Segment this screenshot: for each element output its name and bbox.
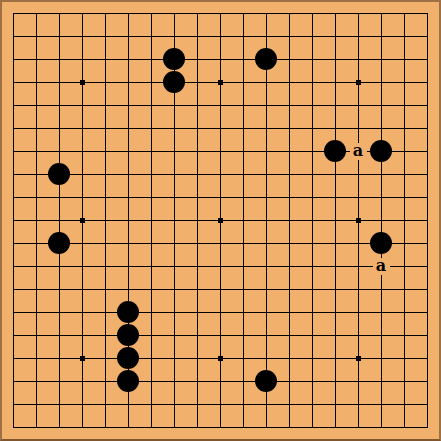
board-point-E4[interactable] [94,347,117,370]
board-point-G11[interactable] [140,186,163,209]
board-point-O9[interactable] [301,232,324,255]
board-point-K7[interactable] [209,278,232,301]
board-point-T8[interactable] [416,255,439,278]
board-point-C5[interactable] [48,324,71,347]
board-point-S9[interactable] [393,232,416,255]
board-point-C9[interactable] [48,232,71,255]
board-point-F17[interactable] [117,48,140,71]
board-point-L8[interactable] [232,255,255,278]
board-point-H17[interactable] [163,48,186,71]
board-point-K19[interactable] [209,2,232,25]
board-point-N2[interactable] [278,393,301,416]
board-point-N9[interactable] [278,232,301,255]
board-point-R2[interactable] [370,393,393,416]
board-point-N18[interactable] [278,25,301,48]
board-point-C2[interactable] [48,393,71,416]
board-point-P10[interactable] [324,209,347,232]
board-point-O18[interactable] [301,25,324,48]
board-point-N10[interactable] [278,209,301,232]
board-point-B10[interactable] [25,209,48,232]
board-point-A16[interactable] [2,71,25,94]
board-point-R17[interactable] [370,48,393,71]
board-point-A7[interactable] [2,278,25,301]
board-point-G3[interactable] [140,370,163,393]
board-point-N14[interactable] [278,117,301,140]
board-point-K1[interactable] [209,416,232,439]
board-point-G13[interactable] [140,140,163,163]
board-point-M10[interactable] [255,209,278,232]
board-point-C15[interactable] [48,94,71,117]
board-point-M18[interactable] [255,25,278,48]
board-point-B3[interactable] [25,370,48,393]
board-point-H10[interactable] [163,209,186,232]
board-point-A19[interactable] [2,2,25,25]
board-point-E16[interactable] [94,71,117,94]
board-point-O5[interactable] [301,324,324,347]
board-point-S19[interactable] [393,2,416,25]
board-point-F2[interactable] [117,393,140,416]
board-point-S13[interactable] [393,140,416,163]
board-point-E9[interactable] [94,232,117,255]
board-point-E17[interactable] [94,48,117,71]
board-point-K13[interactable] [209,140,232,163]
board-point-N8[interactable] [278,255,301,278]
board-point-T19[interactable] [416,2,439,25]
board-point-C3[interactable] [48,370,71,393]
board-point-J13[interactable] [186,140,209,163]
board-point-E13[interactable] [94,140,117,163]
board-point-J4[interactable] [186,347,209,370]
board-point-R7[interactable] [370,278,393,301]
board-point-R16[interactable] [370,71,393,94]
board-point-P13[interactable] [324,140,347,163]
board-point-R18[interactable] [370,25,393,48]
board-point-R1[interactable] [370,416,393,439]
board-point-E14[interactable] [94,117,117,140]
board-point-P9[interactable] [324,232,347,255]
board-point-K18[interactable] [209,25,232,48]
board-point-T4[interactable] [416,347,439,370]
board-point-C14[interactable] [48,117,71,140]
board-point-E12[interactable] [94,163,117,186]
board-point-T3[interactable] [416,370,439,393]
board-point-R4[interactable] [370,347,393,370]
board-point-B16[interactable] [25,71,48,94]
board-point-N12[interactable] [278,163,301,186]
board-point-D7[interactable] [71,278,94,301]
board-point-L9[interactable] [232,232,255,255]
board-point-N15[interactable] [278,94,301,117]
board-point-L13[interactable] [232,140,255,163]
board-point-A17[interactable] [2,48,25,71]
board-point-D1[interactable] [71,416,94,439]
board-point-R5[interactable] [370,324,393,347]
board-point-O7[interactable] [301,278,324,301]
board-point-P15[interactable] [324,94,347,117]
board-point-F5[interactable] [117,324,140,347]
board-point-C8[interactable] [48,255,71,278]
board-point-H14[interactable] [163,117,186,140]
board-point-L3[interactable] [232,370,255,393]
board-point-M16[interactable] [255,71,278,94]
board-point-Q6[interactable] [347,301,370,324]
board-point-G14[interactable] [140,117,163,140]
board-point-K3[interactable] [209,370,232,393]
board-point-M11[interactable] [255,186,278,209]
board-point-E5[interactable] [94,324,117,347]
board-point-D19[interactable] [71,2,94,25]
board-point-M13[interactable] [255,140,278,163]
board-point-C12[interactable] [48,163,71,186]
board-point-R12[interactable] [370,163,393,186]
board-point-D18[interactable] [71,25,94,48]
board-point-O13[interactable] [301,140,324,163]
board-point-Q19[interactable] [347,2,370,25]
board-point-Q17[interactable] [347,48,370,71]
board-point-T9[interactable] [416,232,439,255]
board-point-A12[interactable] [2,163,25,186]
board-point-L5[interactable] [232,324,255,347]
board-point-N4[interactable] [278,347,301,370]
board-point-D4[interactable] [71,347,94,370]
board-point-D2[interactable] [71,393,94,416]
board-point-A15[interactable] [2,94,25,117]
board-point-L14[interactable] [232,117,255,140]
board-point-N17[interactable] [278,48,301,71]
board-point-B18[interactable] [25,25,48,48]
board-point-F8[interactable] [117,255,140,278]
board-point-C1[interactable] [48,416,71,439]
board-point-M1[interactable] [255,416,278,439]
board-point-K15[interactable] [209,94,232,117]
board-point-T18[interactable] [416,25,439,48]
board-point-G15[interactable] [140,94,163,117]
board-point-Q2[interactable] [347,393,370,416]
board-point-G2[interactable] [140,393,163,416]
board-point-C19[interactable] [48,2,71,25]
board-point-J8[interactable] [186,255,209,278]
board-point-L16[interactable] [232,71,255,94]
board-point-R14[interactable] [370,117,393,140]
board-point-A11[interactable] [2,186,25,209]
board-point-O4[interactable] [301,347,324,370]
board-point-B17[interactable] [25,48,48,71]
board-point-J9[interactable] [186,232,209,255]
board-point-J18[interactable] [186,25,209,48]
board-point-N11[interactable] [278,186,301,209]
board-point-D8[interactable] [71,255,94,278]
board-point-P14[interactable] [324,117,347,140]
board-point-D14[interactable] [71,117,94,140]
board-point-R9[interactable] [370,232,393,255]
board-point-T15[interactable] [416,94,439,117]
board-point-F9[interactable] [117,232,140,255]
board-point-S17[interactable] [393,48,416,71]
board-point-N5[interactable] [278,324,301,347]
board-point-C18[interactable] [48,25,71,48]
board-point-F11[interactable] [117,186,140,209]
board-point-Q13[interactable]: a [347,140,370,163]
board-point-N3[interactable] [278,370,301,393]
board-point-O12[interactable] [301,163,324,186]
board-point-C4[interactable] [48,347,71,370]
board-point-S1[interactable] [393,416,416,439]
board-point-A5[interactable] [2,324,25,347]
board-point-D9[interactable] [71,232,94,255]
board-point-P12[interactable] [324,163,347,186]
board-point-E11[interactable] [94,186,117,209]
board-point-M3[interactable] [255,370,278,393]
board-point-S14[interactable] [393,117,416,140]
board-point-Q12[interactable] [347,163,370,186]
board-point-D16[interactable] [71,71,94,94]
board-point-B11[interactable] [25,186,48,209]
board-point-F3[interactable] [117,370,140,393]
board-point-G9[interactable] [140,232,163,255]
board-point-T17[interactable] [416,48,439,71]
board-point-E3[interactable] [94,370,117,393]
board-point-Q1[interactable] [347,416,370,439]
board-point-F7[interactable] [117,278,140,301]
board-point-L11[interactable] [232,186,255,209]
board-point-C7[interactable] [48,278,71,301]
board-point-T2[interactable] [416,393,439,416]
board-point-A13[interactable] [2,140,25,163]
board-point-L19[interactable] [232,2,255,25]
board-point-E6[interactable] [94,301,117,324]
board-point-P7[interactable] [324,278,347,301]
board-point-L7[interactable] [232,278,255,301]
board-point-D17[interactable] [71,48,94,71]
board-point-D15[interactable] [71,94,94,117]
board-point-M6[interactable] [255,301,278,324]
board-point-R19[interactable] [370,2,393,25]
board-point-D11[interactable] [71,186,94,209]
board-point-E1[interactable] [94,416,117,439]
board-point-E8[interactable] [94,255,117,278]
board-point-F14[interactable] [117,117,140,140]
board-point-S6[interactable] [393,301,416,324]
board-point-E7[interactable] [94,278,117,301]
board-point-B14[interactable] [25,117,48,140]
board-point-D6[interactable] [71,301,94,324]
board-point-G5[interactable] [140,324,163,347]
board-point-O15[interactable] [301,94,324,117]
board-point-M19[interactable] [255,2,278,25]
board-point-Q9[interactable] [347,232,370,255]
board-point-H12[interactable] [163,163,186,186]
board-point-R11[interactable] [370,186,393,209]
board-point-H7[interactable] [163,278,186,301]
board-point-T16[interactable] [416,71,439,94]
board-point-T1[interactable] [416,416,439,439]
board-point-J10[interactable] [186,209,209,232]
board-point-L6[interactable] [232,301,255,324]
board-point-O19[interactable] [301,2,324,25]
board-point-L4[interactable] [232,347,255,370]
board-point-J6[interactable] [186,301,209,324]
board-point-Q8[interactable] [347,255,370,278]
board-point-D13[interactable] [71,140,94,163]
board-point-D5[interactable] [71,324,94,347]
board-point-C13[interactable] [48,140,71,163]
board-point-M5[interactable] [255,324,278,347]
board-point-F12[interactable] [117,163,140,186]
board-point-P4[interactable] [324,347,347,370]
board-point-H11[interactable] [163,186,186,209]
board-point-S11[interactable] [393,186,416,209]
board-point-P11[interactable] [324,186,347,209]
board-point-D10[interactable] [71,209,94,232]
board-point-Q4[interactable] [347,347,370,370]
board-point-F19[interactable] [117,2,140,25]
board-point-J19[interactable] [186,2,209,25]
board-point-J17[interactable] [186,48,209,71]
board-point-P18[interactable] [324,25,347,48]
board-point-M2[interactable] [255,393,278,416]
board-point-A4[interactable] [2,347,25,370]
board-point-S16[interactable] [393,71,416,94]
board-point-G12[interactable] [140,163,163,186]
board-point-H3[interactable] [163,370,186,393]
board-point-S8[interactable] [393,255,416,278]
board-point-K12[interactable] [209,163,232,186]
board-point-B5[interactable] [25,324,48,347]
board-point-E19[interactable] [94,2,117,25]
board-point-H1[interactable] [163,416,186,439]
board-point-K11[interactable] [209,186,232,209]
board-point-J1[interactable] [186,416,209,439]
board-point-P17[interactable] [324,48,347,71]
board-point-R3[interactable] [370,370,393,393]
board-point-B13[interactable] [25,140,48,163]
board-point-M12[interactable] [255,163,278,186]
board-point-L12[interactable] [232,163,255,186]
board-point-B7[interactable] [25,278,48,301]
board-point-S5[interactable] [393,324,416,347]
board-point-H18[interactable] [163,25,186,48]
board-point-F1[interactable] [117,416,140,439]
board-point-M7[interactable] [255,278,278,301]
board-point-K6[interactable] [209,301,232,324]
board-point-S12[interactable] [393,163,416,186]
board-point-G19[interactable] [140,2,163,25]
board-point-L15[interactable] [232,94,255,117]
board-point-R6[interactable] [370,301,393,324]
board-point-J11[interactable] [186,186,209,209]
board-point-A8[interactable] [2,255,25,278]
board-point-O1[interactable] [301,416,324,439]
board-point-K9[interactable] [209,232,232,255]
board-point-D12[interactable] [71,163,94,186]
board-point-O2[interactable] [301,393,324,416]
board-point-L18[interactable] [232,25,255,48]
board-point-A1[interactable] [2,416,25,439]
board-point-P6[interactable] [324,301,347,324]
board-point-F15[interactable] [117,94,140,117]
board-point-G8[interactable] [140,255,163,278]
board-point-O3[interactable] [301,370,324,393]
board-point-B19[interactable] [25,2,48,25]
board-point-K8[interactable] [209,255,232,278]
board-point-B9[interactable] [25,232,48,255]
board-point-F13[interactable] [117,140,140,163]
board-point-H15[interactable] [163,94,186,117]
board-point-H6[interactable] [163,301,186,324]
board-point-P5[interactable] [324,324,347,347]
board-point-O14[interactable] [301,117,324,140]
board-point-K14[interactable] [209,117,232,140]
board-point-K16[interactable] [209,71,232,94]
board-point-K10[interactable] [209,209,232,232]
board-point-F4[interactable] [117,347,140,370]
board-point-O8[interactable] [301,255,324,278]
board-point-N16[interactable] [278,71,301,94]
board-point-N7[interactable] [278,278,301,301]
board-point-B1[interactable] [25,416,48,439]
board-point-Q15[interactable] [347,94,370,117]
board-point-J14[interactable] [186,117,209,140]
board-point-M8[interactable] [255,255,278,278]
board-point-N13[interactable] [278,140,301,163]
board-point-M14[interactable] [255,117,278,140]
board-point-H19[interactable] [163,2,186,25]
board-point-L17[interactable] [232,48,255,71]
board-point-H4[interactable] [163,347,186,370]
board-point-G17[interactable] [140,48,163,71]
board-point-J2[interactable] [186,393,209,416]
board-point-P2[interactable] [324,393,347,416]
board-point-L10[interactable] [232,209,255,232]
board-point-Q5[interactable] [347,324,370,347]
board-point-J15[interactable] [186,94,209,117]
board-point-A18[interactable] [2,25,25,48]
board-point-T7[interactable] [416,278,439,301]
board-point-T6[interactable] [416,301,439,324]
board-point-T13[interactable] [416,140,439,163]
board-point-O17[interactable] [301,48,324,71]
board-point-G10[interactable] [140,209,163,232]
board-point-H16[interactable] [163,71,186,94]
board-point-M17[interactable] [255,48,278,71]
board-point-H5[interactable] [163,324,186,347]
board-point-F10[interactable] [117,209,140,232]
board-point-H9[interactable] [163,232,186,255]
board-point-L1[interactable] [232,416,255,439]
board-point-C17[interactable] [48,48,71,71]
board-point-J5[interactable] [186,324,209,347]
board-point-F18[interactable] [117,25,140,48]
board-point-S3[interactable] [393,370,416,393]
board-point-E18[interactable] [94,25,117,48]
board-point-P16[interactable] [324,71,347,94]
board-point-Q16[interactable] [347,71,370,94]
board-point-G6[interactable] [140,301,163,324]
board-point-E10[interactable] [94,209,117,232]
board-point-L2[interactable] [232,393,255,416]
board-point-F16[interactable] [117,71,140,94]
board-point-P1[interactable] [324,416,347,439]
board-point-P3[interactable] [324,370,347,393]
board-point-A9[interactable] [2,232,25,255]
board-point-K17[interactable] [209,48,232,71]
board-point-Q3[interactable] [347,370,370,393]
board-point-B15[interactable] [25,94,48,117]
board-point-G1[interactable] [140,416,163,439]
board-point-S10[interactable] [393,209,416,232]
board-point-H13[interactable] [163,140,186,163]
board-point-B2[interactable] [25,393,48,416]
